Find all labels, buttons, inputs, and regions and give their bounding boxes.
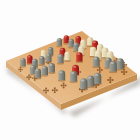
peg-top-highlight	[73, 66, 76, 68]
peg-top-highlight	[60, 49, 63, 51]
peg-top-highlight	[96, 51, 99, 53]
peg-top-highlight	[58, 39, 60, 41]
peg-top-highlight	[81, 79, 84, 81]
board-hole[interactable]	[63, 84, 65, 86]
peg-top-highlight	[59, 71, 62, 73]
board-hole[interactable]	[45, 88, 47, 90]
peg-grey[interactable]	[45, 53, 52, 63]
board-hole[interactable]	[32, 77, 34, 79]
board-hole[interactable]	[79, 71, 81, 73]
peg-top-highlight	[21, 59, 23, 61]
board-hole[interactable]	[52, 89, 54, 91]
peg-grey[interactable]	[38, 56, 45, 66]
peg-top-highlight	[95, 74, 98, 76]
peg-top-highlight	[79, 47, 82, 49]
board-hole[interactable]	[61, 84, 63, 86]
board-hole[interactable]	[95, 86, 97, 88]
peg-top-highlight	[43, 67, 46, 69]
peg-grey[interactable]	[48, 63, 55, 74]
peg-top-highlight	[81, 40, 84, 42]
peg-top-highlight	[94, 58, 97, 60]
peg-grey[interactable]	[34, 69, 41, 80]
board-hole[interactable]	[56, 89, 58, 91]
peg-red[interactable]	[63, 35, 69, 45]
board-hole[interactable]	[111, 79, 113, 81]
board-hole[interactable]	[18, 69, 20, 71]
board-hole[interactable]	[28, 75, 30, 77]
peg-grey[interactable]	[58, 70, 66, 82]
peg-top-highlight	[98, 45, 101, 47]
board-hole[interactable]	[47, 90, 49, 92]
peg-grey[interactable]	[109, 61, 118, 73]
peg-top-highlight	[58, 55, 61, 57]
peg-grey[interactable]	[70, 71, 78, 83]
board-hole[interactable]	[20, 70, 22, 72]
peg-top-highlight	[65, 52, 68, 54]
board-hole[interactable]	[123, 71, 125, 73]
board-hole[interactable]	[54, 91, 56, 93]
board-hole[interactable]	[45, 92, 47, 94]
board-hole[interactable]	[99, 71, 101, 73]
peg-top-highlight	[77, 53, 80, 55]
peg-grey[interactable]	[93, 73, 102, 86]
board-hole[interactable]	[20, 69, 22, 71]
peg-grey[interactable]	[20, 58, 26, 68]
board-hole[interactable]	[101, 69, 103, 71]
board-hole[interactable]	[109, 81, 111, 83]
board-hole[interactable]	[107, 79, 109, 81]
board-hole[interactable]	[109, 77, 111, 79]
board-hole[interactable]	[63, 86, 65, 88]
peg-grey[interactable]	[56, 38, 62, 47]
peg-grey[interactable]	[57, 54, 64, 65]
peg-top-highlight	[28, 56, 30, 58]
board-hole[interactable]	[54, 89, 56, 91]
board-hole[interactable]	[121, 71, 123, 73]
peg-top-highlight	[50, 64, 53, 66]
peg-grey[interactable]	[79, 78, 88, 91]
board-hole[interactable]	[45, 90, 47, 92]
peg-top-highlight	[36, 69, 39, 71]
board-hole[interactable]	[97, 69, 99, 71]
peg-top-highlight	[93, 41, 96, 43]
peg-grey[interactable]	[41, 66, 48, 77]
peg-top-highlight	[111, 62, 114, 64]
peg-top-highlight	[71, 72, 74, 74]
board-hole[interactable]	[63, 82, 65, 84]
peg-grey[interactable]	[116, 58, 125, 70]
peg-natural[interactable]	[64, 51, 71, 62]
peg-top-highlight	[76, 37, 78, 39]
board-hole[interactable]	[99, 69, 101, 71]
board-hole[interactable]	[26, 76, 28, 78]
peg-top-highlight	[40, 57, 43, 59]
peg-top-highlight	[103, 48, 106, 50]
peg-top-highlight	[33, 59, 36, 61]
product-photo	[0, 0, 140, 140]
peg-top-highlight	[88, 38, 91, 40]
peg-top-highlight	[69, 40, 71, 42]
board-hole[interactable]	[125, 64, 127, 66]
board-hole[interactable]	[123, 73, 125, 75]
peg-top-highlight	[91, 48, 94, 50]
peg-grey[interactable]	[92, 57, 100, 69]
peg-top-highlight	[74, 43, 77, 45]
board-hole[interactable]	[28, 78, 30, 80]
board-hole[interactable]	[43, 90, 45, 92]
board-hole[interactable]	[34, 79, 36, 81]
board-hole[interactable]	[54, 87, 56, 89]
peg-top-highlight	[31, 66, 34, 68]
peg-top-highlight	[118, 59, 121, 61]
board-hole[interactable]	[65, 84, 67, 86]
board-hole[interactable]	[125, 71, 127, 73]
peg-top-highlight	[108, 52, 111, 54]
peg-top-highlight	[88, 76, 91, 78]
board-hole[interactable]	[30, 76, 32, 78]
peg-top-highlight	[64, 36, 66, 38]
peg-top-highlight	[47, 54, 50, 56]
peg-game-scene	[0, 0, 140, 140]
board-hole[interactable]	[109, 79, 111, 81]
board-hole[interactable]	[28, 76, 30, 78]
peg-top-highlight	[106, 58, 109, 60]
peg-top-highlight	[49, 48, 51, 50]
board-hole[interactable]	[21, 69, 23, 71]
peg-red[interactable]	[76, 52, 83, 63]
peg-top-highlight	[42, 50, 44, 52]
